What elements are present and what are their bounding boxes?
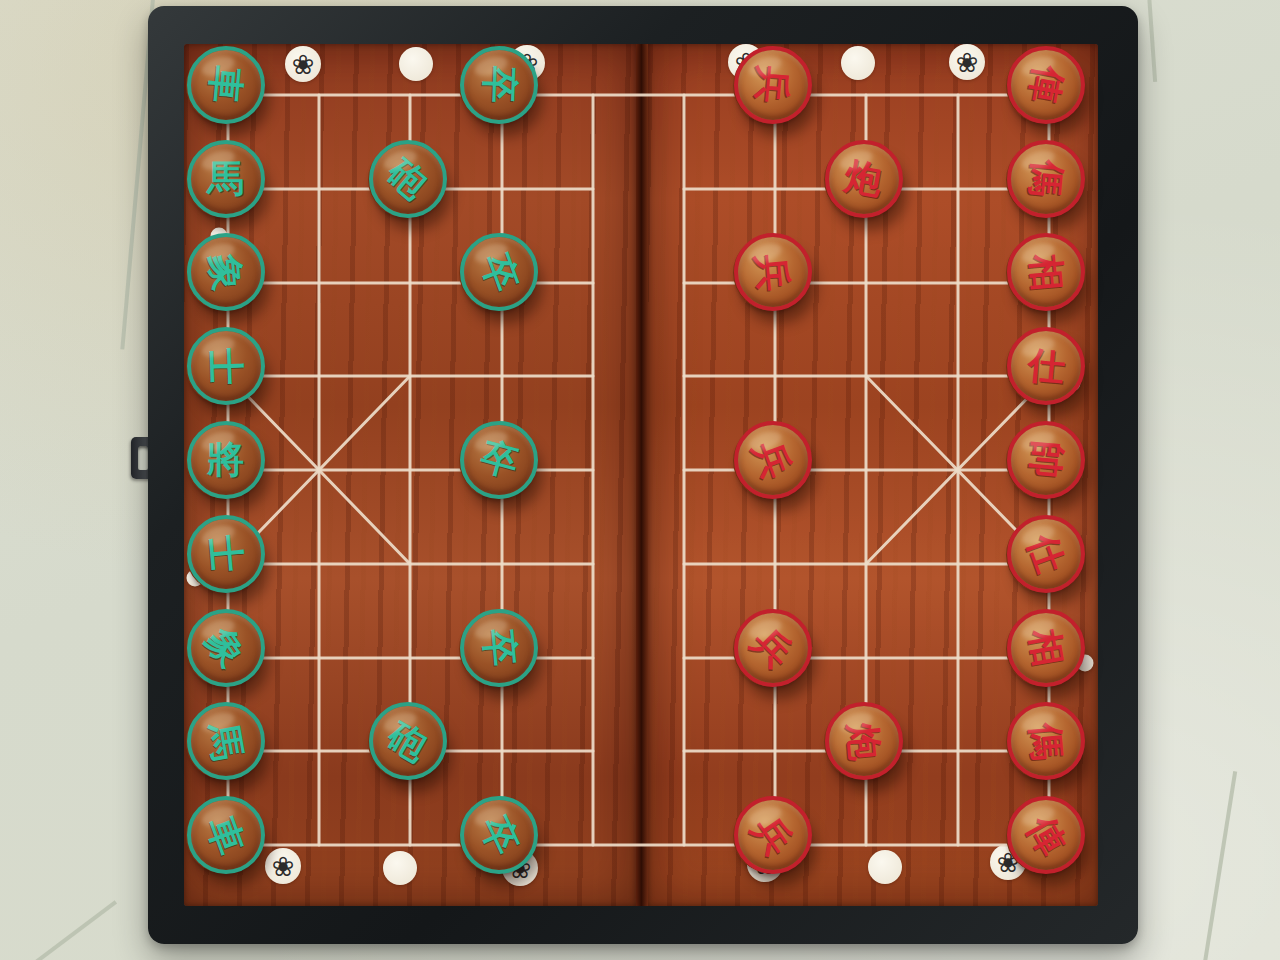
piece-face: 炮 xyxy=(825,140,903,218)
piece-face: 俥 xyxy=(1007,46,1085,124)
piece-red-cannon[interactable]: 炮 xyxy=(824,705,898,779)
piece-face: 炮 xyxy=(825,702,903,780)
piece-face: 俥 xyxy=(1007,796,1085,874)
piece-red-soldier[interactable]: 兵 xyxy=(733,612,807,686)
piece-face: 相 xyxy=(1007,233,1085,311)
piece-character: 兵 xyxy=(749,436,796,483)
piece-character: 傌 xyxy=(1026,159,1066,199)
piece-character: 炮 xyxy=(844,721,884,761)
piece-green-general[interactable]: 將 xyxy=(186,424,260,498)
piece-face: 卒 xyxy=(460,46,538,124)
piece-character: 相 xyxy=(1026,252,1066,292)
piece-character: 卒 xyxy=(475,811,524,860)
piece-face: 傌 xyxy=(1007,702,1085,780)
piece-character: 馬 xyxy=(204,720,247,763)
piece-green-cannon[interactable]: 砲 xyxy=(368,705,442,779)
piece-character: 傌 xyxy=(1026,721,1066,761)
piece-character: 卒 xyxy=(479,628,519,668)
piece-green-advisor[interactable]: 士 xyxy=(186,518,260,592)
piece-character: 車 xyxy=(206,65,246,105)
piece-face: 帥 xyxy=(1007,421,1085,499)
piece-character: 兵 xyxy=(753,252,793,292)
piece-character: 卒 xyxy=(477,437,522,482)
piece-red-soldier[interactable]: 兵 xyxy=(733,236,807,310)
photo-scene: { "scene": "Overhead photo of a wooden f… xyxy=(0,0,1280,960)
piece-green-soldier[interactable]: 卒 xyxy=(459,799,533,873)
piece-character: 士 xyxy=(206,347,244,385)
piece-face: 兵 xyxy=(734,421,812,499)
piece-green-chariot[interactable]: 車 xyxy=(186,799,260,873)
piece-character: 卒 xyxy=(480,66,518,104)
piece-red-soldier[interactable]: 兵 xyxy=(733,799,807,873)
piece-face: 仕 xyxy=(1007,515,1085,593)
piece-green-soldier[interactable]: 卒 xyxy=(459,424,533,498)
piece-face: 兵 xyxy=(734,796,812,874)
piece-character: 士 xyxy=(206,534,246,574)
piece-face: 車 xyxy=(187,796,265,874)
piece-face: 卒 xyxy=(460,421,538,499)
piece-character: 俥 xyxy=(1021,810,1072,861)
piece-red-horse[interactable]: 傌 xyxy=(1006,705,1080,779)
piece-green-elephant[interactable]: 象 xyxy=(186,236,260,310)
piece-face: 仕 xyxy=(1007,327,1085,405)
piece-red-chariot[interactable]: 俥 xyxy=(1006,799,1080,873)
piece-green-horse[interactable]: 馬 xyxy=(186,143,260,217)
piece-face: 象 xyxy=(187,233,265,311)
floor-grout-line xyxy=(0,900,117,960)
piece-character: 馬 xyxy=(207,160,244,197)
piece-character: 兵 xyxy=(747,809,799,861)
piece-face: 卒 xyxy=(460,609,538,687)
piece-green-soldier[interactable]: 卒 xyxy=(459,236,533,310)
piece-character: 卒 xyxy=(475,249,522,296)
piece-green-soldier[interactable]: 卒 xyxy=(459,612,533,686)
piece-face: 士 xyxy=(187,327,265,405)
piece-face: 傌 xyxy=(1007,140,1085,218)
piece-red-horse[interactable]: 傌 xyxy=(1006,143,1080,217)
piece-face: 砲 xyxy=(369,702,447,780)
piece-green-horse[interactable]: 馬 xyxy=(186,705,260,779)
piece-red-elephant[interactable]: 相 xyxy=(1006,612,1080,686)
piece-face: 兵 xyxy=(734,609,812,687)
piece-red-advisor[interactable]: 仕 xyxy=(1006,330,1080,404)
piece-face: 馬 xyxy=(187,140,265,218)
piece-character: 炮 xyxy=(843,157,886,200)
piece-red-advisor[interactable]: 仕 xyxy=(1006,518,1080,592)
piece-red-chariot[interactable]: 俥 xyxy=(1006,49,1080,123)
piece-green-soldier[interactable]: 卒 xyxy=(459,49,533,123)
piece-face: 將 xyxy=(187,421,265,499)
piece-character: 象 xyxy=(206,252,246,292)
piece-character: 砲 xyxy=(383,716,434,767)
piece-character: 仕 xyxy=(1023,530,1070,577)
piece-character: 兵 xyxy=(747,621,799,673)
piece-red-cannon[interactable]: 炮 xyxy=(824,143,898,217)
piece-character: 俥 xyxy=(1025,63,1068,106)
piece-face: 相 xyxy=(1007,609,1085,687)
piece-red-general[interactable]: 帥 xyxy=(1006,424,1080,498)
floor-grout-line xyxy=(1147,0,1157,82)
piece-character: 象 xyxy=(200,622,252,674)
piece-face: 象 xyxy=(187,609,265,687)
piece-face: 卒 xyxy=(460,233,538,311)
piece-red-elephant[interactable]: 相 xyxy=(1006,236,1080,310)
piece-character: 砲 xyxy=(382,153,434,205)
piece-character: 仕 xyxy=(1026,346,1066,386)
floor-grout-line xyxy=(1199,771,1237,960)
piece-face: 兵 xyxy=(734,46,812,124)
piece-character: 相 xyxy=(1025,626,1068,669)
piece-green-chariot[interactable]: 車 xyxy=(186,49,260,123)
piece-character: 兵 xyxy=(753,65,793,105)
piece-red-soldier[interactable]: 兵 xyxy=(733,49,807,123)
piece-face: 馬 xyxy=(187,702,265,780)
piece-face: 車 xyxy=(187,46,265,124)
points-grid: 車馬象士將士象馬車砲砲卒卒卒卒卒兵兵兵兵兵炮炮俥傌相仕帥仕相傌俥 xyxy=(182,48,1094,892)
piece-green-cannon[interactable]: 砲 xyxy=(368,143,442,217)
piece-face: 士 xyxy=(187,515,265,593)
piece-face: 卒 xyxy=(460,796,538,874)
piece-green-elephant[interactable]: 象 xyxy=(186,612,260,686)
piece-character: 車 xyxy=(202,811,249,858)
piece-character: 帥 xyxy=(1026,440,1066,480)
piece-character: 將 xyxy=(207,441,244,478)
piece-face: 兵 xyxy=(734,233,812,311)
piece-red-soldier[interactable]: 兵 xyxy=(733,424,807,498)
piece-face: 砲 xyxy=(369,140,447,218)
piece-green-advisor[interactable]: 士 xyxy=(186,330,260,404)
